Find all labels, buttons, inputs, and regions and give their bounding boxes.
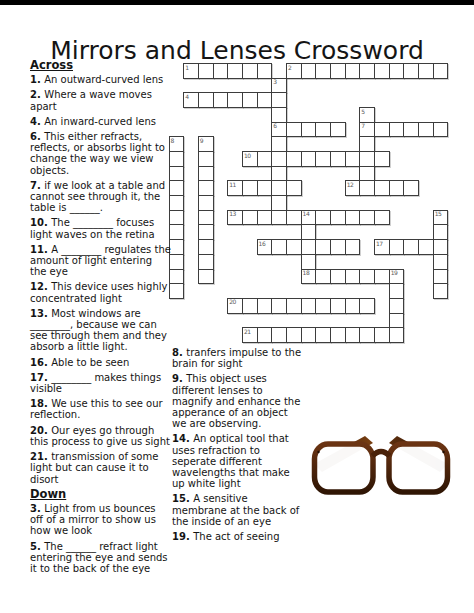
crossword-cell-r16c9[interactable] (301, 298, 317, 314)
crossword-cell-r6c14[interactable] (374, 151, 390, 167)
crossword-cell-r10c8[interactable] (286, 210, 302, 226)
clue-number-15: 15 (435, 211, 442, 217)
crossword-cell-r8c7[interactable] (271, 180, 287, 196)
crossword-cell-r0c6[interactable] (257, 63, 273, 79)
clue-number-19: 19 (391, 270, 398, 276)
crossword-cell-r12c18[interactable] (433, 239, 449, 255)
crossword-cell-r16c5[interactable] (242, 298, 258, 314)
crossword-cell-r18c15[interactable] (389, 327, 405, 343)
clue-number-4: 4 (185, 94, 188, 100)
across-header: Across (30, 60, 171, 71)
clue-16: 16. Able to be seen (30, 357, 171, 368)
crossword-cell-r4c9[interactable] (301, 122, 317, 138)
crossword-cell-r18c11[interactable] (330, 327, 346, 343)
crossword-cell-r16c6[interactable] (257, 298, 273, 314)
clue-17: 17. ________ makes things visible (30, 372, 171, 394)
crossword-cell-r10c13[interactable] (359, 210, 375, 226)
crossword-cell-r2c1[interactable]: 4 (183, 92, 199, 108)
crossword-cell-r12c17[interactable] (418, 239, 434, 255)
crossword-cell-r0c18[interactable] (433, 63, 449, 79)
clue-number-16: 16 (259, 241, 266, 247)
crossword-cell-r12c8[interactable] (286, 239, 302, 255)
clue-7: 7. if we look at a table and cannot see … (30, 180, 171, 214)
crossword-cell-r4c11[interactable] (330, 122, 346, 138)
clue-number-21: 21 (244, 329, 251, 335)
clue-number-5: 5 (361, 109, 364, 115)
clue-19: 19. The act of seeing (172, 531, 303, 542)
crossword-cell-r0c11[interactable] (330, 63, 346, 79)
crossword-cell-r14c13[interactable] (359, 269, 375, 285)
clue-10: 10. The ________ focuses light waves on … (30, 217, 171, 239)
crossword-cell-r0c2[interactable] (198, 63, 214, 79)
crossword-cell-r13c18[interactable] (433, 254, 449, 270)
crossword-cell-r9c2[interactable] (198, 195, 214, 211)
clues-column-2: 8. tranfers impulse to the brain for sig… (172, 347, 303, 546)
crossword-cell-r2c2[interactable] (198, 92, 214, 108)
crossword-cell-r12c7[interactable] (271, 239, 287, 255)
crossword-cell-r4c8[interactable] (286, 122, 302, 138)
clue-number-7: 7 (361, 123, 364, 129)
crossword-grid: 123456789101112131415161718192021 (169, 63, 449, 343)
crossword-cell-r7c2[interactable] (198, 166, 214, 182)
crossword-cell-r0c3[interactable] (213, 63, 229, 79)
crossword-cell-r0c4[interactable] (227, 63, 243, 79)
crossword-cell-r10c7[interactable] (271, 210, 287, 226)
crossword-cell-r14c12[interactable] (345, 269, 361, 285)
crossword-cell-r16c12[interactable] (345, 298, 361, 314)
crossword-cell-r12c9[interactable] (301, 239, 317, 255)
crossword-cell-r4c16[interactable] (403, 122, 419, 138)
crossword-cell-r6c12[interactable] (345, 151, 361, 167)
crossword-cell-r12c16[interactable] (403, 239, 419, 255)
crossword-cell-r14c9[interactable]: 18 (301, 269, 317, 285)
crossword-cell-r12c12[interactable] (345, 239, 361, 255)
crossword-cell-r2c5[interactable] (242, 92, 258, 108)
crossword-cell-r11c9[interactable] (301, 224, 317, 240)
crossword-cell-r18c9[interactable] (301, 327, 317, 343)
crossword-cell-r10c9[interactable]: 14 (301, 210, 317, 226)
crossword-cell-r4c18[interactable] (433, 122, 449, 138)
crossword-cell-r17c15[interactable] (389, 313, 405, 329)
crossword-cell-r10c11[interactable] (330, 210, 346, 226)
crossword-cell-r8c16[interactable] (403, 180, 419, 196)
crossword-cell-r14c18[interactable] (433, 269, 449, 285)
crossword-cell-r8c5[interactable] (242, 180, 258, 196)
crossword-cell-r14c2[interactable] (198, 269, 214, 285)
crossword-cell-r12c15[interactable] (389, 239, 405, 255)
crossword-cell-r16c15[interactable] (389, 298, 405, 314)
crossword-cell-r18c10[interactable] (315, 327, 331, 343)
crossword-cell-r12c11[interactable] (330, 239, 346, 255)
crossword-cell-r8c13[interactable] (359, 180, 375, 196)
crossword-cell-r8c15[interactable] (389, 180, 405, 196)
clue-number-18: 18 (303, 270, 310, 276)
clue-6: 6. This either refracts, reflects, or ab… (30, 131, 171, 176)
crossword-cell-r10c18[interactable]: 15 (433, 210, 449, 226)
clue-number-13: 13 (229, 211, 236, 217)
crossword-cell-r10c12[interactable] (345, 210, 361, 226)
crossword-cell-r12c10[interactable] (315, 239, 331, 255)
clue-number-17: 17 (376, 241, 383, 247)
crossword-cell-r4c10[interactable] (315, 122, 331, 138)
crossword-cell-r16c8[interactable] (286, 298, 302, 314)
crossword-cell-r6c5[interactable]: 10 (242, 151, 258, 167)
clue-4: 4. An inward-curved lens (30, 116, 171, 127)
crossword-cell-r12c14[interactable]: 17 (374, 239, 390, 255)
clue-number-20: 20 (229, 299, 236, 305)
clue-11: 11. A ________ regulates the amount of l… (30, 244, 171, 278)
crossword-cell-r10c4[interactable]: 13 (227, 210, 243, 226)
crossword-cell-r14c15[interactable]: 19 (389, 269, 405, 285)
crossword-cell-r18c8[interactable] (286, 327, 302, 343)
clue-13: 13. Most windows are ________, because w… (30, 308, 171, 353)
crossword-cell-r0c5[interactable] (242, 63, 258, 79)
crossword-cell-r0c14[interactable] (374, 63, 390, 79)
crossword-cell-r16c11[interactable] (330, 298, 346, 314)
crossword-cell-r16c13[interactable] (359, 298, 375, 314)
crossword-cell-r10c6[interactable] (257, 210, 273, 226)
crossword-cell-r18c7[interactable] (271, 327, 287, 343)
crossword-cell-r0c13[interactable] (359, 63, 375, 79)
crossword-cell-r8c2[interactable] (198, 180, 214, 196)
crossword-cell-r0c12[interactable] (345, 63, 361, 79)
crossword-cell-r0c17[interactable] (418, 63, 434, 79)
crossword-cell-r2c3[interactable] (213, 92, 229, 108)
crossword-cell-r7c7[interactable] (271, 166, 287, 182)
crossword-cell-r8c4[interactable]: 11 (227, 180, 243, 196)
crossword-cell-r0c1[interactable]: 1 (183, 63, 199, 79)
crossword-cell-r12c2[interactable] (198, 239, 214, 255)
crossword-cell-r6c10[interactable] (315, 151, 331, 167)
crossword-cell-r3c7[interactable] (271, 107, 287, 123)
crossword-cell-r8c12[interactable]: 12 (345, 180, 361, 196)
crossword-cell-r6c11[interactable] (330, 151, 346, 167)
crossword-cell-r5c13[interactable] (359, 136, 375, 152)
crossword-cell-r8c8[interactable] (286, 180, 302, 196)
crossword-cell-r4c7[interactable]: 6 (271, 122, 287, 138)
crossword-cell-r0c15[interactable] (389, 63, 405, 79)
crossword-cell-r6c13[interactable] (359, 151, 375, 167)
crossword-cell-r7c13[interactable] (359, 166, 375, 182)
crossword-cell-r6c9[interactable] (301, 151, 317, 167)
crossword-cell-r16c4[interactable]: 20 (227, 298, 243, 314)
crossword-cell-r9c7[interactable] (271, 195, 287, 211)
clue-number-12: 12 (347, 182, 354, 188)
crossword-cell-r15c18[interactable] (433, 283, 449, 299)
clue-3: 3. Light from us bounces off of a mirror… (30, 503, 171, 537)
clue-14: 14. An optical tool that uses refraction… (172, 433, 303, 489)
crossword-cell-r0c9[interactable] (301, 63, 317, 79)
crossword-cell-r13c9[interactable] (301, 254, 317, 270)
crossword-cell-r10c10[interactable] (315, 210, 331, 226)
clue-number-6: 6 (273, 123, 276, 129)
clue-number-2: 2 (288, 65, 291, 71)
crossword-cell-r18c6[interactable] (257, 327, 273, 343)
clue-number-3: 3 (273, 79, 276, 85)
clue-12: 12. This device uses highly concentrated… (30, 281, 171, 303)
crossword-cell-r0c10[interactable] (315, 63, 331, 79)
clue-15: 15. A sensitive membrane at the back of … (172, 493, 303, 527)
clue-9: 9. This object uses different lenses to … (172, 373, 303, 429)
eyeglasses-image (306, 415, 456, 500)
clue-21: 21. transmission of some light but can c… (30, 451, 171, 485)
crossword-cell-r5c7[interactable] (271, 136, 287, 152)
crossword-cell-r6c8[interactable] (286, 151, 302, 167)
crossword-cell-r4c13[interactable]: 7 (359, 122, 375, 138)
crossword-cell-r12c6[interactable]: 16 (257, 239, 273, 255)
crossword-cell-r14c11[interactable] (330, 269, 346, 285)
crossword-cell-r11c2[interactable] (198, 224, 214, 240)
crossword-cell-r13c2[interactable] (198, 254, 214, 270)
clue-2: 2. Where a wave moves apart (30, 89, 171, 111)
crossword-cell-r6c2[interactable] (198, 151, 214, 167)
crossword-cell-r10c2[interactable] (198, 210, 214, 226)
crossword-cell-r4c17[interactable] (418, 122, 434, 138)
crossword-cell-r0c8[interactable]: 2 (286, 63, 302, 79)
clue-number-10: 10 (244, 153, 251, 159)
clues-column-1: Across1. An outward-curved lens2. Where … (30, 59, 171, 578)
clue-number-1: 1 (185, 65, 188, 71)
crossword-cell-r18c5[interactable]: 21 (242, 327, 258, 343)
crossword-cell-r6c7[interactable] (271, 151, 287, 167)
crossword-cell-r4c15[interactable] (389, 122, 405, 138)
clue-number-9: 9 (200, 138, 203, 144)
crossword-cell-r3c13[interactable]: 5 (359, 107, 375, 123)
glasses-front (315, 444, 448, 492)
clue-1: 1. An outward-curved lens (30, 74, 171, 85)
crossword-cell-r10c14[interactable] (374, 210, 390, 226)
crossword-cell-r16c7[interactable] (271, 298, 287, 314)
crossword-cell-r4c14[interactable] (374, 122, 390, 138)
top-border-bar (0, 0, 474, 5)
crossword-cell-r0c16[interactable] (403, 63, 419, 79)
crossword-cell-r18c14[interactable] (374, 327, 390, 343)
clue-number-14: 14 (303, 211, 310, 217)
crossword-cell-r11c18[interactable] (433, 224, 449, 240)
crossword-cell-r5c2[interactable]: 9 (198, 136, 214, 152)
down-header: Down (30, 489, 171, 500)
crossword-cell-r6c6[interactable] (257, 151, 273, 167)
crossword-cell-r2c7[interactable] (271, 92, 287, 108)
crossword-cell-r14c10[interactable] (315, 269, 331, 285)
clue-5: 5. The ______ refract light entering the… (30, 541, 171, 575)
crossword-cell-r15c15[interactable] (389, 283, 405, 299)
clue-18: 18. We use this to see our reflection. (30, 398, 171, 420)
crossword-cell-r8c14[interactable] (374, 180, 390, 196)
crossword-cell-r18c13[interactable] (359, 327, 375, 343)
crossword-cell-r8c6[interactable] (257, 180, 273, 196)
clue-8: 8. tranfers impulse to the brain for sig… (172, 347, 303, 369)
crossword-cell-r16c10[interactable] (315, 298, 331, 314)
crossword-cell-r1c7[interactable]: 3 (271, 78, 287, 94)
crossword-cell-r14c14[interactable] (374, 269, 390, 285)
crossword-cell-r2c6[interactable] (257, 92, 273, 108)
clue-number-11: 11 (229, 182, 236, 188)
crossword-cell-r10c5[interactable] (242, 210, 258, 226)
clue-20: 20. Our eyes go through this process to … (30, 425, 171, 447)
crossword-cell-r2c4[interactable] (227, 92, 243, 108)
crossword-cell-r18c12[interactable] (345, 327, 361, 343)
